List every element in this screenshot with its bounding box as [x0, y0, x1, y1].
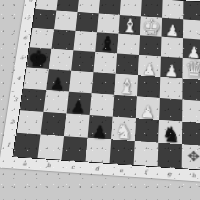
- square-h4[interactable]: [182, 78, 200, 101]
- square-h5[interactable]: ♛: [183, 58, 200, 80]
- file-label-b: b: [36, 160, 61, 171]
- square-a4[interactable]: [23, 68, 48, 91]
- file-label-g: g: [157, 168, 181, 179]
- square-h2[interactable]: [182, 122, 200, 146]
- board-tilt-wrapper: ♝♚♟♝♟♚♟♟♛♟♝♟♟♟♞♞✥ abcdefgh 87654321 © na…: [0, 0, 200, 184]
- square-e6[interactable]: [117, 34, 140, 55]
- square-b4[interactable]: ♟: [46, 69, 71, 92]
- square-b6[interactable]: [51, 29, 75, 50]
- white-queen[interactable]: ♛: [184, 58, 200, 82]
- square-e7[interactable]: ♝: [119, 15, 141, 35]
- square-g6[interactable]: [161, 37, 183, 58]
- file-label-c: c: [60, 161, 85, 172]
- square-c1[interactable]: [62, 136, 88, 161]
- square-d5[interactable]: [93, 52, 117, 74]
- file-label-a: a: [12, 158, 37, 169]
- black-pawn[interactable]: ♟: [92, 123, 108, 141]
- square-d6[interactable]: ♝: [95, 32, 118, 53]
- white-knight[interactable]: ♞: [114, 121, 134, 143]
- black-bishop[interactable]: ♝: [97, 34, 116, 54]
- white-pawn[interactable]: ♟: [164, 63, 179, 80]
- square-c5[interactable]: [71, 50, 95, 72]
- square-e4[interactable]: ♝: [114, 74, 138, 97]
- square-g7[interactable]: ♟: [162, 18, 184, 38]
- square-h8[interactable]: [183, 1, 200, 21]
- square-a7[interactable]: [32, 9, 56, 29]
- chessboard-photo: ♝♚♟♝♟♚♟♟♛♟♝♟♟♟♞♞✥ abcdefgh 87654321 © na…: [0, 0, 200, 200]
- square-f6[interactable]: [139, 35, 161, 56]
- black-pawn[interactable]: ♟: [71, 99, 87, 116]
- square-h3[interactable]: [182, 100, 200, 124]
- square-f7[interactable]: ♚: [140, 16, 162, 36]
- white-pawn[interactable]: ♟: [142, 61, 157, 78]
- square-c2[interactable]: [64, 113, 90, 137]
- square-d7[interactable]: [97, 13, 120, 33]
- square-g5[interactable]: ♟: [160, 57, 182, 79]
- square-h1[interactable]: ✥: [182, 144, 200, 169]
- black-king[interactable]: ♚: [28, 47, 50, 71]
- white-bishop[interactable]: ♝: [117, 77, 136, 98]
- square-c7[interactable]: [75, 12, 98, 32]
- board-frame: ♝♚♟♝♟♚♟♟♛♟♝♟♟♟♞♞✥ abcdefgh 87654321 © na…: [0, 0, 200, 183]
- square-g1[interactable]: [158, 143, 182, 168]
- file-label-f: f: [133, 167, 158, 178]
- square-a1[interactable]: [13, 133, 40, 158]
- square-b1[interactable]: [37, 134, 64, 159]
- square-d3[interactable]: [90, 93, 115, 116]
- chess-board: ♝♚♟♝♟♚♟♟♛♟♝♟♟♟♞♞✥: [12, 0, 200, 171]
- square-d1[interactable]: [86, 138, 112, 163]
- square-b2[interactable]: [40, 112, 66, 136]
- square-f2[interactable]: [135, 118, 159, 142]
- board-perspective-wrapper: ♝♚♟♝♟♚♟♟♛♟♝♟♟♟♞♞✥ abcdefgh 87654321 © na…: [0, 0, 200, 183]
- square-c3[interactable]: ♟: [67, 92, 92, 115]
- board-brand-logo-icon: ✥: [187, 150, 200, 165]
- file-label-d: d: [85, 163, 110, 174]
- square-g4[interactable]: [160, 77, 183, 100]
- square-e1[interactable]: [110, 139, 135, 164]
- square-c6[interactable]: [73, 31, 97, 52]
- square-a3[interactable]: [20, 88, 46, 111]
- square-f1[interactable]: [134, 141, 159, 166]
- square-f3[interactable]: ♟: [136, 96, 160, 120]
- file-label-e: e: [109, 165, 134, 176]
- white-bishop[interactable]: ♝: [121, 17, 139, 37]
- white-pawn[interactable]: ♟: [165, 23, 180, 39]
- square-f4[interactable]: [137, 75, 160, 98]
- square-a5[interactable]: ♚: [27, 47, 52, 69]
- square-b3[interactable]: [43, 90, 68, 113]
- square-g3[interactable]: [159, 98, 182, 122]
- black-pawn[interactable]: ♟: [50, 76, 66, 93]
- square-d8[interactable]: [99, 0, 121, 15]
- square-f5[interactable]: ♟: [138, 55, 161, 77]
- square-d2[interactable]: ♟: [88, 115, 113, 139]
- square-d4[interactable]: [92, 72, 116, 95]
- square-e2[interactable]: ♞: [111, 117, 136, 141]
- square-b5[interactable]: [49, 49, 73, 71]
- square-e3[interactable]: [113, 95, 137, 118]
- square-c4[interactable]: [69, 71, 94, 94]
- square-g2[interactable]: ♞: [158, 120, 182, 144]
- black-knight[interactable]: ♞: [161, 124, 181, 146]
- square-h7[interactable]: [183, 19, 200, 40]
- square-a2[interactable]: [17, 110, 43, 134]
- white-pawn[interactable]: ♟: [140, 104, 156, 121]
- square-g8[interactable]: [162, 0, 183, 19]
- square-b7[interactable]: [54, 10, 78, 30]
- white-king[interactable]: ♚: [141, 15, 162, 38]
- file-label-h: h: [182, 170, 200, 181]
- square-e5[interactable]: [116, 53, 139, 75]
